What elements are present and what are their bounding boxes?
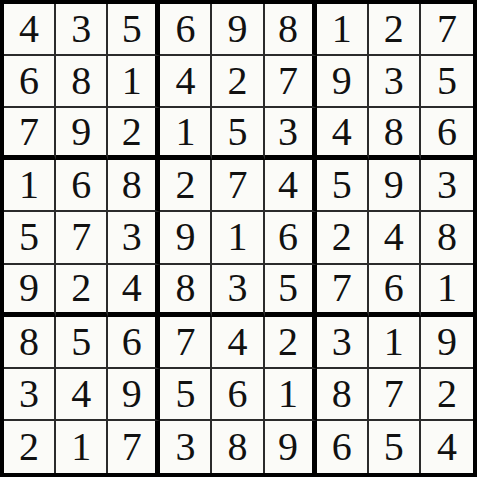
cell-r6c1[interactable]: 9 (4, 265, 56, 317)
cell-r7c7[interactable]: 3 (317, 317, 369, 369)
cell-r6c6[interactable]: 5 (265, 265, 317, 317)
cell-r7c1[interactable]: 8 (4, 317, 56, 369)
cell-r2c8[interactable]: 3 (369, 56, 421, 108)
cell-r3c4[interactable]: 1 (160, 108, 212, 160)
cell-r5c7[interactable]: 2 (317, 212, 369, 264)
cell-r7c6[interactable]: 2 (265, 317, 317, 369)
sudoku-page: 4356981276814279357921534861682745935739… (0, 0, 480, 480)
cell-r5c8[interactable]: 4 (369, 212, 421, 264)
cell-r9c6[interactable]: 9 (265, 421, 317, 473)
cell-r4c5[interactable]: 7 (212, 160, 264, 212)
cell-r2c4[interactable]: 4 (160, 56, 212, 108)
cell-r4c6[interactable]: 4 (265, 160, 317, 212)
cell-r8c8[interactable]: 7 (369, 369, 421, 421)
cell-r2c5[interactable]: 2 (212, 56, 264, 108)
cell-r1c6[interactable]: 8 (265, 4, 317, 56)
cell-r2c2[interactable]: 8 (56, 56, 108, 108)
cell-r9c3[interactable]: 7 (108, 421, 160, 473)
cell-r7c3[interactable]: 6 (108, 317, 160, 369)
cell-r6c4[interactable]: 8 (160, 265, 212, 317)
cell-r4c7[interactable]: 5 (317, 160, 369, 212)
cell-r8c2[interactable]: 4 (56, 369, 108, 421)
cell-r3c8[interactable]: 8 (369, 108, 421, 160)
cell-r1c1[interactable]: 4 (4, 4, 56, 56)
cell-r1c2[interactable]: 3 (56, 4, 108, 56)
cell-r6c3[interactable]: 4 (108, 265, 160, 317)
cell-r8c4[interactable]: 5 (160, 369, 212, 421)
cell-r7c5[interactable]: 4 (212, 317, 264, 369)
cell-r2c6[interactable]: 7 (265, 56, 317, 108)
cell-r9c1[interactable]: 2 (4, 421, 56, 473)
cell-r3c3[interactable]: 2 (108, 108, 160, 160)
cell-r8c1[interactable]: 3 (4, 369, 56, 421)
cell-r8c3[interactable]: 9 (108, 369, 160, 421)
cell-r4c8[interactable]: 9 (369, 160, 421, 212)
cell-r9c9[interactable]: 4 (421, 421, 473, 473)
cell-r3c7[interactable]: 4 (317, 108, 369, 160)
cell-r1c4[interactable]: 6 (160, 4, 212, 56)
cell-r6c9[interactable]: 1 (421, 265, 473, 317)
cell-r8c7[interactable]: 8 (317, 369, 369, 421)
cell-r7c2[interactable]: 5 (56, 317, 108, 369)
cell-r9c4[interactable]: 3 (160, 421, 212, 473)
cell-r2c7[interactable]: 9 (317, 56, 369, 108)
cell-r5c4[interactable]: 9 (160, 212, 212, 264)
cell-r9c7[interactable]: 6 (317, 421, 369, 473)
cell-r5c1[interactable]: 5 (4, 212, 56, 264)
cell-r8c6[interactable]: 1 (265, 369, 317, 421)
cell-r5c5[interactable]: 1 (212, 212, 264, 264)
cell-r9c2[interactable]: 1 (56, 421, 108, 473)
cell-r6c2[interactable]: 2 (56, 265, 108, 317)
cell-r6c5[interactable]: 3 (212, 265, 264, 317)
cell-r1c9[interactable]: 7 (421, 4, 473, 56)
cell-r3c1[interactable]: 7 (4, 108, 56, 160)
cell-r6c8[interactable]: 6 (369, 265, 421, 317)
cell-r1c8[interactable]: 2 (369, 4, 421, 56)
cell-r8c9[interactable]: 2 (421, 369, 473, 421)
cell-r1c3[interactable]: 5 (108, 4, 160, 56)
cell-r9c8[interactable]: 5 (369, 421, 421, 473)
cell-r3c5[interactable]: 5 (212, 108, 264, 160)
cell-r3c9[interactable]: 6 (421, 108, 473, 160)
cell-r4c3[interactable]: 8 (108, 160, 160, 212)
cell-r4c2[interactable]: 6 (56, 160, 108, 212)
cell-r1c7[interactable]: 1 (317, 4, 369, 56)
cell-r7c4[interactable]: 7 (160, 317, 212, 369)
cell-r5c6[interactable]: 6 (265, 212, 317, 264)
cell-r6c7[interactable]: 7 (317, 265, 369, 317)
cell-r7c8[interactable]: 1 (369, 317, 421, 369)
cell-r4c4[interactable]: 2 (160, 160, 212, 212)
cell-r9c5[interactable]: 8 (212, 421, 264, 473)
sudoku-board: 4356981276814279357921534861682745935739… (0, 0, 477, 477)
cell-r2c9[interactable]: 5 (421, 56, 473, 108)
cell-r2c3[interactable]: 1 (108, 56, 160, 108)
cell-r4c1[interactable]: 1 (4, 160, 56, 212)
cell-r5c3[interactable]: 3 (108, 212, 160, 264)
cell-r3c6[interactable]: 3 (265, 108, 317, 160)
cell-r2c1[interactable]: 6 (4, 56, 56, 108)
cell-r8c5[interactable]: 6 (212, 369, 264, 421)
cell-r5c9[interactable]: 8 (421, 212, 473, 264)
cell-r5c2[interactable]: 7 (56, 212, 108, 264)
cell-r3c2[interactable]: 9 (56, 108, 108, 160)
cell-r1c5[interactable]: 9 (212, 4, 264, 56)
cell-r4c9[interactable]: 3 (421, 160, 473, 212)
cell-r7c9[interactable]: 9 (421, 317, 473, 369)
